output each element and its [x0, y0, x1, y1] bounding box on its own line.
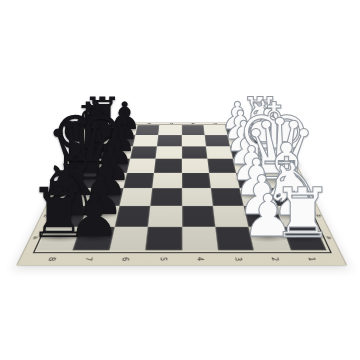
square-d5[interactable]	[152, 172, 181, 188]
piece-white-rook-a1[interactable]: ♜	[272, 179, 334, 248]
piece-black-pawn-a7[interactable]: ♟	[68, 188, 120, 247]
square-c4[interactable]	[181, 188, 212, 206]
square-a5[interactable]	[145, 226, 181, 250]
chess-set-photo: 8765432187654321abcdefghabcdefgh ♜♟♟♜♞♟♟…	[0, 0, 360, 360]
square-b5[interactable]	[147, 205, 181, 225]
square-c5[interactable]	[150, 188, 181, 206]
square-g4[interactable]	[181, 135, 205, 146]
square-e5[interactable]	[154, 158, 181, 172]
square-f4[interactable]	[181, 146, 207, 158]
square-a4[interactable]	[181, 226, 217, 250]
square-g5[interactable]	[157, 135, 181, 146]
square-d4[interactable]	[181, 172, 210, 188]
square-h4[interactable]	[181, 125, 204, 135]
square-e4[interactable]	[181, 158, 208, 172]
square-f5[interactable]	[155, 146, 181, 158]
square-b4[interactable]	[181, 205, 215, 225]
square-h5[interactable]	[158, 125, 181, 135]
